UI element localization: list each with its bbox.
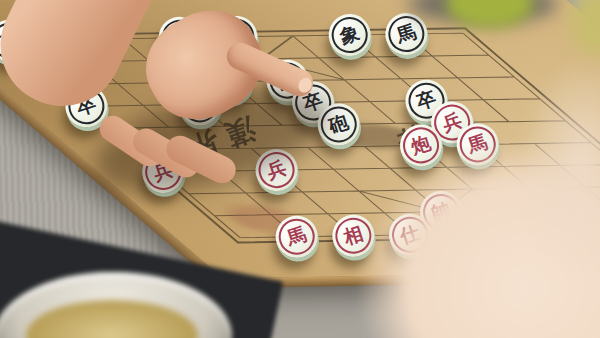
glass-bowl — [0, 272, 232, 338]
foreground-person-blur-upper — [495, 18, 600, 308]
photo-canvas: 漢界 楚河 車士將象馬馬象卒卒卒卒砲炮馬兵兵兵帥仕仕相馬 — [0, 0, 600, 338]
folded-finger — [162, 131, 240, 188]
